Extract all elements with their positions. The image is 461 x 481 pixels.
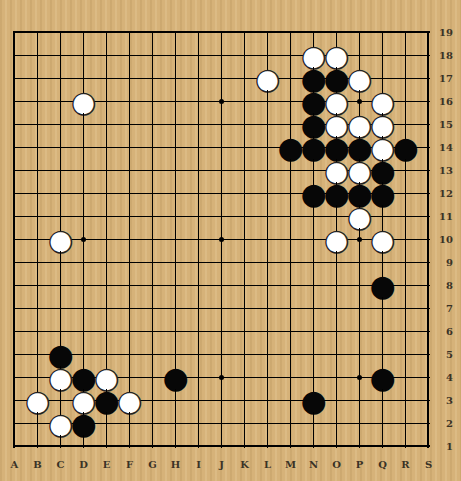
intersection-G18[interactable] bbox=[141, 44, 164, 67]
intersection-O8[interactable] bbox=[325, 274, 348, 297]
intersection-Q12[interactable]: ● bbox=[371, 182, 394, 205]
intersection-E15[interactable] bbox=[95, 113, 118, 136]
intersection-D2[interactable]: ● bbox=[72, 412, 95, 435]
intersection-I19[interactable] bbox=[187, 21, 210, 44]
intersection-O10[interactable]: ●● bbox=[325, 228, 348, 251]
intersection-O1[interactable] bbox=[325, 435, 348, 458]
intersection-D10[interactable] bbox=[72, 228, 95, 251]
intersection-Q8[interactable]: ● bbox=[371, 274, 394, 297]
intersection-H10[interactable] bbox=[164, 228, 187, 251]
intersection-O15[interactable]: ●● bbox=[325, 113, 348, 136]
intersection-H7[interactable] bbox=[164, 297, 187, 320]
intersection-J11[interactable] bbox=[210, 205, 233, 228]
intersection-A7[interactable] bbox=[3, 297, 26, 320]
intersection-O2[interactable] bbox=[325, 412, 348, 435]
intersection-M1[interactable] bbox=[279, 435, 302, 458]
intersection-B18[interactable] bbox=[26, 44, 49, 67]
intersection-P18[interactable] bbox=[348, 44, 371, 67]
intersection-G16[interactable] bbox=[141, 90, 164, 113]
intersection-I6[interactable] bbox=[187, 320, 210, 343]
intersection-R3[interactable] bbox=[394, 389, 417, 412]
intersection-H3[interactable] bbox=[164, 389, 187, 412]
intersection-H15[interactable] bbox=[164, 113, 187, 136]
intersection-B2[interactable] bbox=[26, 412, 49, 435]
intersection-J10[interactable] bbox=[210, 228, 233, 251]
intersection-N4[interactable] bbox=[302, 366, 325, 389]
intersection-R7[interactable] bbox=[394, 297, 417, 320]
intersection-D12[interactable] bbox=[72, 182, 95, 205]
intersection-C6[interactable] bbox=[49, 320, 72, 343]
intersection-K5[interactable] bbox=[233, 343, 256, 366]
intersection-L1[interactable] bbox=[256, 435, 279, 458]
intersection-K3[interactable] bbox=[233, 389, 256, 412]
intersection-E18[interactable] bbox=[95, 44, 118, 67]
intersection-A15[interactable] bbox=[3, 113, 26, 136]
intersection-P7[interactable] bbox=[348, 297, 371, 320]
intersection-K12[interactable] bbox=[233, 182, 256, 205]
intersection-B12[interactable] bbox=[26, 182, 49, 205]
intersection-B15[interactable] bbox=[26, 113, 49, 136]
intersection-I15[interactable] bbox=[187, 113, 210, 136]
intersection-M3[interactable] bbox=[279, 389, 302, 412]
intersection-B16[interactable] bbox=[26, 90, 49, 113]
intersection-J12[interactable] bbox=[210, 182, 233, 205]
intersection-C15[interactable] bbox=[49, 113, 72, 136]
intersection-C19[interactable] bbox=[49, 21, 72, 44]
intersection-H14[interactable] bbox=[164, 136, 187, 159]
intersection-E5[interactable] bbox=[95, 343, 118, 366]
intersection-Q4[interactable]: ● bbox=[371, 366, 394, 389]
intersection-I8[interactable] bbox=[187, 274, 210, 297]
intersection-M13[interactable] bbox=[279, 159, 302, 182]
intersection-I9[interactable] bbox=[187, 251, 210, 274]
intersection-R5[interactable] bbox=[394, 343, 417, 366]
intersection-R10[interactable] bbox=[394, 228, 417, 251]
intersection-F6[interactable] bbox=[118, 320, 141, 343]
intersection-C14[interactable] bbox=[49, 136, 72, 159]
intersection-F10[interactable] bbox=[118, 228, 141, 251]
intersection-J17[interactable] bbox=[210, 67, 233, 90]
intersection-B6[interactable] bbox=[26, 320, 49, 343]
intersection-N19[interactable] bbox=[302, 21, 325, 44]
intersection-N15[interactable]: ● bbox=[302, 113, 325, 136]
intersection-D3[interactable]: ●● bbox=[72, 389, 95, 412]
intersection-R1[interactable] bbox=[394, 435, 417, 458]
intersection-O19[interactable] bbox=[325, 21, 348, 44]
intersection-J2[interactable] bbox=[210, 412, 233, 435]
intersection-B14[interactable] bbox=[26, 136, 49, 159]
intersection-J6[interactable] bbox=[210, 320, 233, 343]
intersection-O7[interactable] bbox=[325, 297, 348, 320]
intersection-P3[interactable] bbox=[348, 389, 371, 412]
intersection-H6[interactable] bbox=[164, 320, 187, 343]
intersection-N3[interactable]: ● bbox=[302, 389, 325, 412]
intersection-C16[interactable] bbox=[49, 90, 72, 113]
intersection-Q14[interactable]: ●● bbox=[371, 136, 394, 159]
intersection-A14[interactable] bbox=[3, 136, 26, 159]
intersection-O18[interactable]: ●● bbox=[325, 44, 348, 67]
intersection-H12[interactable] bbox=[164, 182, 187, 205]
intersection-D11[interactable] bbox=[72, 205, 95, 228]
intersection-A3[interactable] bbox=[3, 389, 26, 412]
intersection-E2[interactable] bbox=[95, 412, 118, 435]
intersection-N16[interactable]: ● bbox=[302, 90, 325, 113]
intersection-F18[interactable] bbox=[118, 44, 141, 67]
intersection-G4[interactable] bbox=[141, 366, 164, 389]
intersection-M8[interactable] bbox=[279, 274, 302, 297]
intersection-D13[interactable] bbox=[72, 159, 95, 182]
intersection-E4[interactable]: ●● bbox=[95, 366, 118, 389]
intersection-H13[interactable] bbox=[164, 159, 187, 182]
intersection-J4[interactable] bbox=[210, 366, 233, 389]
intersection-I10[interactable] bbox=[187, 228, 210, 251]
intersection-C3[interactable] bbox=[49, 389, 72, 412]
intersection-A1[interactable] bbox=[3, 435, 26, 458]
intersection-M12[interactable] bbox=[279, 182, 302, 205]
intersection-C2[interactable]: ●● bbox=[49, 412, 72, 435]
intersection-K4[interactable] bbox=[233, 366, 256, 389]
intersection-Q11[interactable] bbox=[371, 205, 394, 228]
intersection-Q1[interactable] bbox=[371, 435, 394, 458]
intersection-H4[interactable]: ● bbox=[164, 366, 187, 389]
intersection-J15[interactable] bbox=[210, 113, 233, 136]
intersection-M5[interactable] bbox=[279, 343, 302, 366]
intersection-R17[interactable] bbox=[394, 67, 417, 90]
intersection-P19[interactable] bbox=[348, 21, 371, 44]
intersection-F17[interactable] bbox=[118, 67, 141, 90]
intersection-K19[interactable] bbox=[233, 21, 256, 44]
intersection-K10[interactable] bbox=[233, 228, 256, 251]
intersection-Q18[interactable] bbox=[371, 44, 394, 67]
intersection-F15[interactable] bbox=[118, 113, 141, 136]
intersection-F4[interactable] bbox=[118, 366, 141, 389]
intersection-C1[interactable] bbox=[49, 435, 72, 458]
intersection-G15[interactable] bbox=[141, 113, 164, 136]
intersection-H9[interactable] bbox=[164, 251, 187, 274]
intersection-A13[interactable] bbox=[3, 159, 26, 182]
intersection-M17[interactable] bbox=[279, 67, 302, 90]
intersection-L8[interactable] bbox=[256, 274, 279, 297]
intersection-B4[interactable] bbox=[26, 366, 49, 389]
intersection-R19[interactable] bbox=[394, 21, 417, 44]
intersection-A19[interactable] bbox=[3, 21, 26, 44]
intersection-D7[interactable] bbox=[72, 297, 95, 320]
intersection-L2[interactable] bbox=[256, 412, 279, 435]
intersection-E9[interactable] bbox=[95, 251, 118, 274]
intersection-B1[interactable] bbox=[26, 435, 49, 458]
intersection-Q7[interactable] bbox=[371, 297, 394, 320]
intersection-D8[interactable] bbox=[72, 274, 95, 297]
intersection-K17[interactable] bbox=[233, 67, 256, 90]
intersection-Q17[interactable] bbox=[371, 67, 394, 90]
intersection-I2[interactable] bbox=[187, 412, 210, 435]
intersection-Q10[interactable]: ●● bbox=[371, 228, 394, 251]
intersection-M4[interactable] bbox=[279, 366, 302, 389]
intersection-R4[interactable] bbox=[394, 366, 417, 389]
intersection-F19[interactable] bbox=[118, 21, 141, 44]
intersection-A16[interactable] bbox=[3, 90, 26, 113]
intersection-K15[interactable] bbox=[233, 113, 256, 136]
intersection-P9[interactable] bbox=[348, 251, 371, 274]
intersection-F14[interactable] bbox=[118, 136, 141, 159]
intersection-G13[interactable] bbox=[141, 159, 164, 182]
intersection-F2[interactable] bbox=[118, 412, 141, 435]
intersection-O16[interactable]: ●● bbox=[325, 90, 348, 113]
intersection-L19[interactable] bbox=[256, 21, 279, 44]
intersection-L18[interactable] bbox=[256, 44, 279, 67]
intersection-C17[interactable] bbox=[49, 67, 72, 90]
intersection-G5[interactable] bbox=[141, 343, 164, 366]
intersection-H8[interactable] bbox=[164, 274, 187, 297]
intersection-I17[interactable] bbox=[187, 67, 210, 90]
intersection-B13[interactable] bbox=[26, 159, 49, 182]
intersection-P5[interactable] bbox=[348, 343, 371, 366]
intersection-I5[interactable] bbox=[187, 343, 210, 366]
intersection-E16[interactable] bbox=[95, 90, 118, 113]
intersection-G2[interactable] bbox=[141, 412, 164, 435]
intersection-E17[interactable] bbox=[95, 67, 118, 90]
intersection-R11[interactable] bbox=[394, 205, 417, 228]
intersection-Q15[interactable]: ●● bbox=[371, 113, 394, 136]
intersection-P10[interactable] bbox=[348, 228, 371, 251]
intersection-O5[interactable] bbox=[325, 343, 348, 366]
intersection-B9[interactable] bbox=[26, 251, 49, 274]
intersection-G14[interactable] bbox=[141, 136, 164, 159]
intersection-M6[interactable] bbox=[279, 320, 302, 343]
intersection-F1[interactable] bbox=[118, 435, 141, 458]
intersection-Q6[interactable] bbox=[371, 320, 394, 343]
intersection-A9[interactable] bbox=[3, 251, 26, 274]
intersection-D18[interactable] bbox=[72, 44, 95, 67]
intersection-A4[interactable] bbox=[3, 366, 26, 389]
intersection-L16[interactable] bbox=[256, 90, 279, 113]
intersection-N17[interactable]: ● bbox=[302, 67, 325, 90]
intersection-L12[interactable] bbox=[256, 182, 279, 205]
intersection-C11[interactable] bbox=[49, 205, 72, 228]
intersection-O14[interactable]: ● bbox=[325, 136, 348, 159]
intersection-P2[interactable] bbox=[348, 412, 371, 435]
intersection-J14[interactable] bbox=[210, 136, 233, 159]
intersection-J1[interactable] bbox=[210, 435, 233, 458]
intersection-C5[interactable]: ● bbox=[49, 343, 72, 366]
intersection-L11[interactable] bbox=[256, 205, 279, 228]
intersection-K11[interactable] bbox=[233, 205, 256, 228]
intersection-K7[interactable] bbox=[233, 297, 256, 320]
intersection-C10[interactable]: ●● bbox=[49, 228, 72, 251]
intersection-Q19[interactable] bbox=[371, 21, 394, 44]
intersection-N9[interactable] bbox=[302, 251, 325, 274]
intersection-M19[interactable] bbox=[279, 21, 302, 44]
intersection-D15[interactable] bbox=[72, 113, 95, 136]
intersection-E13[interactable] bbox=[95, 159, 118, 182]
intersection-N11[interactable] bbox=[302, 205, 325, 228]
intersection-E11[interactable] bbox=[95, 205, 118, 228]
intersection-O4[interactable] bbox=[325, 366, 348, 389]
intersection-I12[interactable] bbox=[187, 182, 210, 205]
intersection-J16[interactable] bbox=[210, 90, 233, 113]
intersection-B10[interactable] bbox=[26, 228, 49, 251]
intersection-A11[interactable] bbox=[3, 205, 26, 228]
intersection-A2[interactable] bbox=[3, 412, 26, 435]
intersection-F8[interactable] bbox=[118, 274, 141, 297]
intersection-G17[interactable] bbox=[141, 67, 164, 90]
intersection-E3[interactable]: ● bbox=[95, 389, 118, 412]
intersection-P11[interactable]: ●● bbox=[348, 205, 371, 228]
intersection-L13[interactable] bbox=[256, 159, 279, 182]
intersection-R13[interactable] bbox=[394, 159, 417, 182]
intersection-A6[interactable] bbox=[3, 320, 26, 343]
intersection-Q2[interactable] bbox=[371, 412, 394, 435]
intersection-I3[interactable] bbox=[187, 389, 210, 412]
intersection-P17[interactable]: ●● bbox=[348, 67, 371, 90]
intersection-I4[interactable] bbox=[187, 366, 210, 389]
intersection-E6[interactable] bbox=[95, 320, 118, 343]
intersection-A18[interactable] bbox=[3, 44, 26, 67]
intersection-H16[interactable] bbox=[164, 90, 187, 113]
intersection-F9[interactable] bbox=[118, 251, 141, 274]
intersection-R15[interactable] bbox=[394, 113, 417, 136]
intersection-J9[interactable] bbox=[210, 251, 233, 274]
intersection-I14[interactable] bbox=[187, 136, 210, 159]
intersection-B8[interactable] bbox=[26, 274, 49, 297]
intersection-P1[interactable] bbox=[348, 435, 371, 458]
intersection-L9[interactable] bbox=[256, 251, 279, 274]
intersection-D5[interactable] bbox=[72, 343, 95, 366]
intersection-C7[interactable] bbox=[49, 297, 72, 320]
intersection-C18[interactable] bbox=[49, 44, 72, 67]
intersection-A8[interactable] bbox=[3, 274, 26, 297]
intersection-B7[interactable] bbox=[26, 297, 49, 320]
intersection-D4[interactable]: ● bbox=[72, 366, 95, 389]
intersection-M7[interactable] bbox=[279, 297, 302, 320]
intersection-I13[interactable] bbox=[187, 159, 210, 182]
intersection-I7[interactable] bbox=[187, 297, 210, 320]
intersection-N10[interactable] bbox=[302, 228, 325, 251]
intersection-B5[interactable] bbox=[26, 343, 49, 366]
intersection-N8[interactable] bbox=[302, 274, 325, 297]
intersection-A12[interactable] bbox=[3, 182, 26, 205]
intersection-N5[interactable] bbox=[302, 343, 325, 366]
intersection-L6[interactable] bbox=[256, 320, 279, 343]
intersection-Q9[interactable] bbox=[371, 251, 394, 274]
intersection-A17[interactable] bbox=[3, 67, 26, 90]
intersection-R14[interactable]: ● bbox=[394, 136, 417, 159]
intersection-M14[interactable]: ● bbox=[279, 136, 302, 159]
intersection-H1[interactable] bbox=[164, 435, 187, 458]
intersection-E1[interactable] bbox=[95, 435, 118, 458]
intersection-F13[interactable] bbox=[118, 159, 141, 182]
intersection-N1[interactable] bbox=[302, 435, 325, 458]
intersection-O9[interactable] bbox=[325, 251, 348, 274]
intersection-D14[interactable] bbox=[72, 136, 95, 159]
intersection-E14[interactable] bbox=[95, 136, 118, 159]
intersection-E12[interactable] bbox=[95, 182, 118, 205]
intersection-K18[interactable] bbox=[233, 44, 256, 67]
intersection-B3[interactable]: ●● bbox=[26, 389, 49, 412]
intersection-N2[interactable] bbox=[302, 412, 325, 435]
intersection-K2[interactable] bbox=[233, 412, 256, 435]
intersection-B11[interactable] bbox=[26, 205, 49, 228]
intersection-R18[interactable] bbox=[394, 44, 417, 67]
intersection-M15[interactable] bbox=[279, 113, 302, 136]
intersection-L10[interactable] bbox=[256, 228, 279, 251]
intersection-G7[interactable] bbox=[141, 297, 164, 320]
intersection-Q3[interactable] bbox=[371, 389, 394, 412]
intersection-D17[interactable] bbox=[72, 67, 95, 90]
intersection-H2[interactable] bbox=[164, 412, 187, 435]
intersection-L4[interactable] bbox=[256, 366, 279, 389]
intersection-K6[interactable] bbox=[233, 320, 256, 343]
intersection-P14[interactable]: ● bbox=[348, 136, 371, 159]
intersection-R8[interactable] bbox=[394, 274, 417, 297]
intersection-P16[interactable] bbox=[348, 90, 371, 113]
intersection-H19[interactable] bbox=[164, 21, 187, 44]
intersection-E10[interactable] bbox=[95, 228, 118, 251]
intersection-L15[interactable] bbox=[256, 113, 279, 136]
intersection-K13[interactable] bbox=[233, 159, 256, 182]
intersection-M18[interactable] bbox=[279, 44, 302, 67]
intersection-R16[interactable] bbox=[394, 90, 417, 113]
intersection-P8[interactable] bbox=[348, 274, 371, 297]
intersection-H18[interactable] bbox=[164, 44, 187, 67]
intersection-O3[interactable] bbox=[325, 389, 348, 412]
intersection-D9[interactable] bbox=[72, 251, 95, 274]
intersection-F11[interactable] bbox=[118, 205, 141, 228]
intersection-I1[interactable] bbox=[187, 435, 210, 458]
intersection-N18[interactable]: ●● bbox=[302, 44, 325, 67]
intersection-L17[interactable]: ●● bbox=[256, 67, 279, 90]
intersection-F12[interactable] bbox=[118, 182, 141, 205]
intersection-M11[interactable] bbox=[279, 205, 302, 228]
intersection-J13[interactable] bbox=[210, 159, 233, 182]
intersection-D1[interactable] bbox=[72, 435, 95, 458]
intersection-N6[interactable] bbox=[302, 320, 325, 343]
intersection-K1[interactable] bbox=[233, 435, 256, 458]
intersection-O11[interactable] bbox=[325, 205, 348, 228]
intersection-I11[interactable] bbox=[187, 205, 210, 228]
intersection-M9[interactable] bbox=[279, 251, 302, 274]
intersection-A10[interactable] bbox=[3, 228, 26, 251]
intersection-Q5[interactable] bbox=[371, 343, 394, 366]
intersection-P4[interactable] bbox=[348, 366, 371, 389]
intersection-C12[interactable] bbox=[49, 182, 72, 205]
intersection-B17[interactable] bbox=[26, 67, 49, 90]
intersection-G1[interactable] bbox=[141, 435, 164, 458]
intersection-O13[interactable]: ●● bbox=[325, 159, 348, 182]
intersection-M10[interactable] bbox=[279, 228, 302, 251]
intersection-J5[interactable] bbox=[210, 343, 233, 366]
intersection-J19[interactable] bbox=[210, 21, 233, 44]
intersection-D19[interactable] bbox=[72, 21, 95, 44]
intersection-D6[interactable] bbox=[72, 320, 95, 343]
intersection-J8[interactable] bbox=[210, 274, 233, 297]
intersection-N7[interactable] bbox=[302, 297, 325, 320]
intersection-D16[interactable]: ●● bbox=[72, 90, 95, 113]
intersection-F7[interactable] bbox=[118, 297, 141, 320]
intersection-L5[interactable] bbox=[256, 343, 279, 366]
intersection-O6[interactable] bbox=[325, 320, 348, 343]
intersection-R6[interactable] bbox=[394, 320, 417, 343]
intersection-N13[interactable] bbox=[302, 159, 325, 182]
intersection-Q16[interactable]: ●● bbox=[371, 90, 394, 113]
intersection-J18[interactable] bbox=[210, 44, 233, 67]
intersection-L14[interactable] bbox=[256, 136, 279, 159]
intersection-A5[interactable] bbox=[3, 343, 26, 366]
intersection-E8[interactable] bbox=[95, 274, 118, 297]
intersection-M2[interactable] bbox=[279, 412, 302, 435]
intersection-K9[interactable] bbox=[233, 251, 256, 274]
intersection-P6[interactable] bbox=[348, 320, 371, 343]
